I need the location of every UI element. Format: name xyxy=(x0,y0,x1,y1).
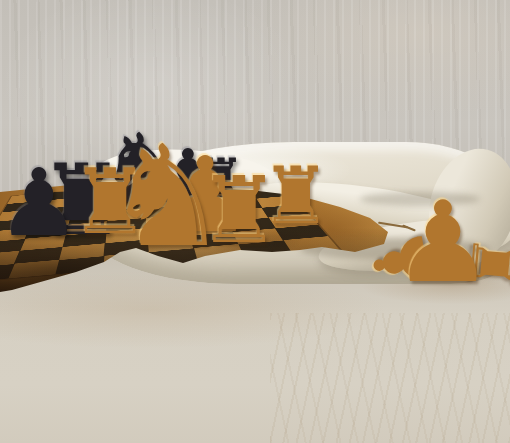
natural-rook[interactable]: ♜ xyxy=(198,165,280,257)
black-pawn[interactable]: ♟ xyxy=(0,157,81,250)
natural-pawn[interactable]: ♟ xyxy=(393,186,493,298)
photo-scene: ♜♞♟♜♟♜♜♟♞♜♟♜♟ xyxy=(0,0,510,443)
chess-pieces-layer: ♜♞♟♜♟♜♜♟♞♜♟♜♟ xyxy=(0,0,510,443)
